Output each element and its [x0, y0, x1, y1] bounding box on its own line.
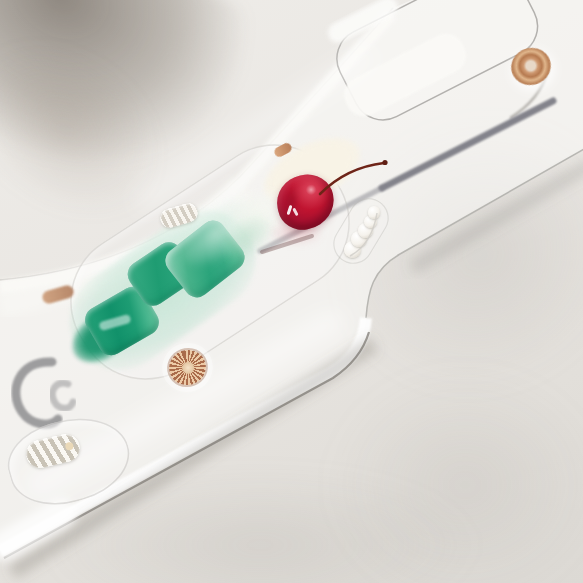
sequin-center: [180, 360, 195, 375]
cherry-crease: [283, 184, 300, 217]
coil-center-bead: [65, 441, 75, 451]
pearl-bead-5: [368, 206, 381, 219]
photo-scene: [0, 0, 583, 583]
